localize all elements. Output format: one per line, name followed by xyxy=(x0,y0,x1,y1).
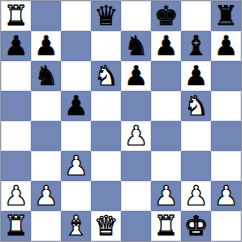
square-a4[interactable] xyxy=(1,121,31,151)
square-g6[interactable]: ♟ xyxy=(181,61,211,91)
square-f6[interactable] xyxy=(151,61,181,91)
square-h7[interactable]: ♟ xyxy=(211,31,241,61)
white-pawn[interactable]: ♟ xyxy=(154,181,178,211)
square-e5[interactable] xyxy=(121,91,151,121)
black-king[interactable]: ♚ xyxy=(154,1,178,31)
black-queen[interactable]: ♛ xyxy=(94,1,118,31)
square-d5[interactable] xyxy=(91,91,121,121)
white-pawn[interactable]: ♟ xyxy=(124,121,148,151)
white-bishop[interactable]: ♝ xyxy=(64,211,88,241)
square-c5[interactable]: ♟ xyxy=(61,91,91,121)
white-pawn[interactable]: ♟ xyxy=(184,181,208,211)
square-c8[interactable] xyxy=(61,1,91,31)
square-e1[interactable] xyxy=(121,211,151,241)
square-g2[interactable]: ♟ xyxy=(181,181,211,211)
square-h6[interactable] xyxy=(211,61,241,91)
square-b7[interactable]: ♟ xyxy=(31,31,61,61)
square-e2[interactable] xyxy=(121,181,151,211)
square-c4[interactable] xyxy=(61,121,91,151)
black-pawn[interactable]: ♟ xyxy=(4,31,28,61)
square-e7[interactable]: ♞ xyxy=(121,31,151,61)
square-a5[interactable] xyxy=(1,91,31,121)
square-g8[interactable] xyxy=(181,1,211,31)
square-f5[interactable] xyxy=(151,91,181,121)
square-g3[interactable] xyxy=(181,151,211,181)
black-pawn[interactable]: ♟ xyxy=(214,31,238,61)
square-g4[interactable] xyxy=(181,121,211,151)
square-d1[interactable]: ♛ xyxy=(91,211,121,241)
black-pawn[interactable]: ♟ xyxy=(184,61,208,91)
chess-board-frame: ♜♛♚♜♟♟♞♟♝♟♞♞♟♟♟♞♟♟♟♟♟♟♟♜♝♛♜♚ xyxy=(0,0,242,242)
square-f8[interactable]: ♚ xyxy=(151,1,181,31)
square-c1[interactable]: ♝ xyxy=(61,211,91,241)
square-a7[interactable]: ♟ xyxy=(1,31,31,61)
black-knight[interactable]: ♞ xyxy=(34,61,58,91)
square-d4[interactable] xyxy=(91,121,121,151)
chess-board: ♜♛♚♜♟♟♞♟♝♟♞♞♟♟♟♞♟♟♟♟♟♟♟♜♝♛♜♚ xyxy=(1,1,241,241)
square-d6[interactable]: ♞ xyxy=(91,61,121,91)
black-pawn[interactable]: ♟ xyxy=(124,61,148,91)
square-e6[interactable]: ♟ xyxy=(121,61,151,91)
square-b4[interactable] xyxy=(31,121,61,151)
white-rook[interactable]: ♜ xyxy=(4,1,28,31)
square-h4[interactable] xyxy=(211,121,241,151)
square-b2[interactable]: ♟ xyxy=(31,181,61,211)
square-a2[interactable]: ♟ xyxy=(1,181,31,211)
black-bishop[interactable]: ♝ xyxy=(184,31,208,61)
square-f3[interactable] xyxy=(151,151,181,181)
white-pawn[interactable]: ♟ xyxy=(64,151,88,181)
square-a6[interactable] xyxy=(1,61,31,91)
square-c3[interactable]: ♟ xyxy=(61,151,91,181)
square-b8[interactable] xyxy=(31,1,61,31)
square-d2[interactable] xyxy=(91,181,121,211)
square-g7[interactable]: ♝ xyxy=(181,31,211,61)
white-king[interactable]: ♚ xyxy=(184,211,208,241)
square-f4[interactable] xyxy=(151,121,181,151)
square-g5[interactable]: ♞ xyxy=(181,91,211,121)
square-d8[interactable]: ♛ xyxy=(91,1,121,31)
square-c7[interactable] xyxy=(61,31,91,61)
white-pawn[interactable]: ♟ xyxy=(34,181,58,211)
square-h1[interactable] xyxy=(211,211,241,241)
black-pawn[interactable]: ♟ xyxy=(34,31,58,61)
white-pawn[interactable]: ♟ xyxy=(214,181,238,211)
black-pawn[interactable]: ♟ xyxy=(64,91,88,121)
square-e8[interactable] xyxy=(121,1,151,31)
white-rook[interactable]: ♜ xyxy=(4,211,28,241)
white-queen[interactable]: ♛ xyxy=(94,211,118,241)
black-rook[interactable]: ♜ xyxy=(214,1,238,31)
square-h3[interactable] xyxy=(211,151,241,181)
square-d7[interactable] xyxy=(91,31,121,61)
black-knight[interactable]: ♞ xyxy=(124,31,148,61)
square-g1[interactable]: ♚ xyxy=(181,211,211,241)
square-a3[interactable] xyxy=(1,151,31,181)
square-b1[interactable] xyxy=(31,211,61,241)
white-pawn[interactable]: ♟ xyxy=(4,181,28,211)
square-h8[interactable]: ♜ xyxy=(211,1,241,31)
square-b3[interactable] xyxy=(31,151,61,181)
square-d3[interactable] xyxy=(91,151,121,181)
square-h5[interactable] xyxy=(211,91,241,121)
square-f2[interactable]: ♟ xyxy=(151,181,181,211)
black-pawn[interactable]: ♟ xyxy=(154,31,178,61)
square-a1[interactable]: ♜ xyxy=(1,211,31,241)
square-c2[interactable] xyxy=(61,181,91,211)
square-b6[interactable]: ♞ xyxy=(31,61,61,91)
square-e3[interactable] xyxy=(121,151,151,181)
square-e4[interactable]: ♟ xyxy=(121,121,151,151)
white-knight[interactable]: ♞ xyxy=(184,91,208,121)
white-rook[interactable]: ♜ xyxy=(154,211,178,241)
square-h2[interactable]: ♟ xyxy=(211,181,241,211)
square-b5[interactable] xyxy=(31,91,61,121)
white-knight[interactable]: ♞ xyxy=(94,61,118,91)
square-c6[interactable] xyxy=(61,61,91,91)
square-f1[interactable]: ♜ xyxy=(151,211,181,241)
square-a8[interactable]: ♜ xyxy=(1,1,31,31)
square-f7[interactable]: ♟ xyxy=(151,31,181,61)
